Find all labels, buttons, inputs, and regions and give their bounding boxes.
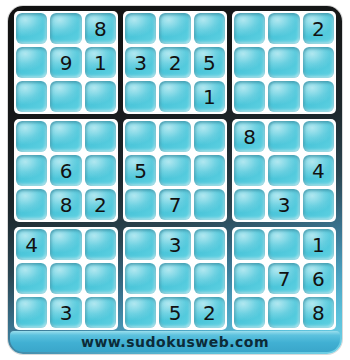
- cell-r3c1[interactable]: [16, 81, 47, 112]
- cell-r6c1[interactable]: [16, 189, 47, 220]
- site-url: www.sudokusweb.com: [81, 334, 269, 350]
- cell-r6c6[interactable]: [194, 189, 225, 220]
- cell-r8c4[interactable]: [125, 263, 156, 294]
- board-frame: 8913251268257843433521768 www.sudokusweb…: [8, 6, 342, 354]
- cell-r3c4[interactable]: [125, 81, 156, 112]
- cell-r9c3[interactable]: [85, 297, 116, 328]
- cell-r5c4[interactable]: 5: [125, 155, 156, 186]
- cell-r7c7[interactable]: [234, 229, 265, 260]
- cell-r4c2[interactable]: [50, 121, 81, 152]
- cell-r4c9[interactable]: [303, 121, 334, 152]
- cell-r1c6[interactable]: [194, 13, 225, 44]
- cell-r5c7[interactable]: [234, 155, 265, 186]
- cell-r5c8[interactable]: [268, 155, 299, 186]
- cell-r1c4[interactable]: [125, 13, 156, 44]
- cell-r6c7[interactable]: [234, 189, 265, 220]
- cell-r7c4[interactable]: [125, 229, 156, 260]
- cell-r6c4[interactable]: [125, 189, 156, 220]
- cell-r2c9[interactable]: [303, 47, 334, 78]
- cell-r8c3[interactable]: [85, 263, 116, 294]
- sudoku-grid: 8913251268257843433521768: [14, 11, 336, 331]
- cell-r2c1[interactable]: [16, 47, 47, 78]
- cell-r8c2[interactable]: [50, 263, 81, 294]
- cell-r5c3[interactable]: [85, 155, 116, 186]
- cell-r1c7[interactable]: [234, 13, 265, 44]
- cell-r2c6[interactable]: 5: [194, 47, 225, 78]
- cell-r9c7[interactable]: [234, 297, 265, 328]
- cell-r2c3[interactable]: 1: [85, 47, 116, 78]
- cell-r3c9[interactable]: [303, 81, 334, 112]
- cell-r6c5[interactable]: 7: [159, 189, 190, 220]
- sudoku-page: 8913251268257843433521768 www.sudokusweb…: [0, 0, 350, 360]
- box-r3c1: 43: [14, 227, 118, 330]
- cell-r4c6[interactable]: [194, 121, 225, 152]
- cell-r6c9[interactable]: [303, 189, 334, 220]
- box-r1c1: 891: [14, 11, 118, 114]
- cell-r3c5[interactable]: [159, 81, 190, 112]
- cell-r3c7[interactable]: [234, 81, 265, 112]
- box-r2c1: 682: [14, 119, 118, 222]
- cell-r1c3[interactable]: 8: [85, 13, 116, 44]
- cell-r7c3[interactable]: [85, 229, 116, 260]
- cell-r2c7[interactable]: [234, 47, 265, 78]
- box-r1c3: 2: [232, 11, 336, 114]
- cell-r3c8[interactable]: [268, 81, 299, 112]
- cell-r1c1[interactable]: [16, 13, 47, 44]
- cell-r8c8[interactable]: 7: [268, 263, 299, 294]
- cell-r1c2[interactable]: [50, 13, 81, 44]
- cell-r2c8[interactable]: [268, 47, 299, 78]
- cell-r7c5[interactable]: 3: [159, 229, 190, 260]
- box-r3c3: 1768: [232, 227, 336, 330]
- cell-r2c5[interactable]: 2: [159, 47, 190, 78]
- cell-r4c5[interactable]: [159, 121, 190, 152]
- cell-r5c5[interactable]: [159, 155, 190, 186]
- cell-r5c9[interactable]: 4: [303, 155, 334, 186]
- cell-r8c7[interactable]: [234, 263, 265, 294]
- cell-r4c8[interactable]: [268, 121, 299, 152]
- cell-r4c3[interactable]: [85, 121, 116, 152]
- cell-r3c6[interactable]: 1: [194, 81, 225, 112]
- cell-r6c3[interactable]: 2: [85, 189, 116, 220]
- cell-r5c2[interactable]: 6: [50, 155, 81, 186]
- cell-r5c6[interactable]: [194, 155, 225, 186]
- cell-r4c7[interactable]: 8: [234, 121, 265, 152]
- cell-r7c1[interactable]: 4: [16, 229, 47, 260]
- box-r1c2: 3251: [123, 11, 227, 114]
- cell-r9c4[interactable]: [125, 297, 156, 328]
- footer-bar: www.sudokusweb.com: [10, 331, 340, 352]
- box-r2c2: 57: [123, 119, 227, 222]
- cell-r7c8[interactable]: [268, 229, 299, 260]
- cell-r7c6[interactable]: [194, 229, 225, 260]
- cell-r7c2[interactable]: [50, 229, 81, 260]
- cell-r2c2[interactable]: 9: [50, 47, 81, 78]
- cell-r8c1[interactable]: [16, 263, 47, 294]
- cell-r9c8[interactable]: [268, 297, 299, 328]
- cell-r2c4[interactable]: 3: [125, 47, 156, 78]
- cell-r9c2[interactable]: 3: [50, 297, 81, 328]
- cell-r9c6[interactable]: 2: [194, 297, 225, 328]
- cell-r6c2[interactable]: 8: [50, 189, 81, 220]
- cell-r4c4[interactable]: [125, 121, 156, 152]
- cell-r3c3[interactable]: [85, 81, 116, 112]
- cell-r1c9[interactable]: 2: [303, 13, 334, 44]
- cell-r7c9[interactable]: 1: [303, 229, 334, 260]
- cell-r8c5[interactable]: [159, 263, 190, 294]
- cell-r9c9[interactable]: 8: [303, 297, 334, 328]
- cell-r4c1[interactable]: [16, 121, 47, 152]
- cell-r8c9[interactable]: 6: [303, 263, 334, 294]
- cell-r6c8[interactable]: 3: [268, 189, 299, 220]
- cell-r9c5[interactable]: 5: [159, 297, 190, 328]
- box-r2c3: 843: [232, 119, 336, 222]
- cell-r1c5[interactable]: [159, 13, 190, 44]
- cell-r5c1[interactable]: [16, 155, 47, 186]
- box-r3c2: 352: [123, 227, 227, 330]
- cell-r8c6[interactable]: [194, 263, 225, 294]
- cell-r9c1[interactable]: [16, 297, 47, 328]
- cell-r3c2[interactable]: [50, 81, 81, 112]
- cell-r1c8[interactable]: [268, 13, 299, 44]
